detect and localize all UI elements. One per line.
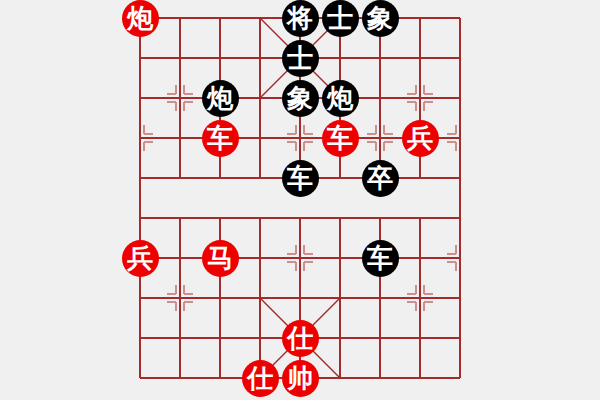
point-c3-r5 [240, 198, 280, 238]
point-c5-r3[interactable]: 车 [320, 118, 360, 158]
point-c2-r0 [200, 0, 240, 38]
point-c4-r8[interactable]: 仕 [280, 318, 320, 358]
point-c8-r1 [440, 38, 480, 78]
point-c3-r7 [240, 278, 280, 318]
point-c5-r5 [320, 198, 360, 238]
black-elephant-piece[interactable]: 象 [282, 80, 319, 117]
point-c4-r3 [280, 118, 320, 158]
red-general-piece[interactable]: 帅 [282, 360, 319, 397]
red-chariot-piece[interactable]: 车 [202, 120, 239, 157]
point-c6-r8 [360, 318, 400, 358]
xiangqi-board: 炮将士象士炮象炮车车兵车卒兵马车仕仕帅 [0, 0, 600, 400]
point-c8-r5 [440, 198, 480, 238]
point-c4-r6 [280, 238, 320, 278]
point-c3-r1 [240, 38, 280, 78]
point-c1-r1 [160, 38, 200, 78]
point-c1-r7 [160, 278, 200, 318]
point-c1-r9 [160, 358, 200, 398]
black-elephant-piece[interactable]: 象 [362, 0, 399, 37]
red-soldier-piece[interactable]: 兵 [402, 120, 439, 157]
point-c5-r8 [320, 318, 360, 358]
point-c6-r7 [360, 278, 400, 318]
red-soldier-piece[interactable]: 兵 [122, 240, 159, 277]
black-general-piece[interactable]: 将 [282, 0, 319, 37]
red-advisor-piece[interactable]: 仕 [282, 320, 319, 357]
point-c6-r1 [360, 38, 400, 78]
point-c6-r5 [360, 198, 400, 238]
point-c0-r6[interactable]: 兵 [120, 238, 160, 278]
black-chariot-piece[interactable]: 车 [282, 160, 319, 197]
point-c2-r8 [200, 318, 240, 358]
point-c5-r2[interactable]: 炮 [320, 78, 360, 118]
point-c1-r6 [160, 238, 200, 278]
point-c3-r4 [240, 158, 280, 198]
point-c8-r6 [440, 238, 480, 278]
point-c1-r5 [160, 198, 200, 238]
point-c6-r3 [360, 118, 400, 158]
point-c7-r7 [400, 278, 440, 318]
point-c5-r4 [320, 158, 360, 198]
point-c2-r7 [200, 278, 240, 318]
point-c2-r9 [200, 358, 240, 398]
point-c8-r4 [440, 158, 480, 198]
point-c6-r6[interactable]: 车 [360, 238, 400, 278]
point-c6-r2 [360, 78, 400, 118]
point-c4-r7 [280, 278, 320, 318]
point-c7-r6 [400, 238, 440, 278]
point-c3-r8 [240, 318, 280, 358]
red-horse-piece[interactable]: 马 [202, 240, 239, 277]
point-c3-r6 [240, 238, 280, 278]
black-advisor-piece[interactable]: 士 [282, 40, 319, 77]
point-c6-r9 [360, 358, 400, 398]
point-c8-r9 [440, 358, 480, 398]
point-c2-r4 [200, 158, 240, 198]
point-c8-r7 [440, 278, 480, 318]
point-c6-r4[interactable]: 卒 [360, 158, 400, 198]
point-c2-r6[interactable]: 马 [200, 238, 240, 278]
point-c0-r3 [120, 118, 160, 158]
point-c7-r0 [400, 0, 440, 38]
point-c7-r5 [400, 198, 440, 238]
point-c0-r4 [120, 158, 160, 198]
point-c7-r8 [400, 318, 440, 358]
point-c7-r9 [400, 358, 440, 398]
point-c8-r3 [440, 118, 480, 158]
point-c1-r3 [160, 118, 200, 158]
point-c7-r2 [400, 78, 440, 118]
point-c2-r2[interactable]: 炮 [200, 78, 240, 118]
point-c5-r7 [320, 278, 360, 318]
point-c0-r2 [120, 78, 160, 118]
point-c5-r6 [320, 238, 360, 278]
point-c0-r1 [120, 38, 160, 78]
point-c1-r8 [160, 318, 200, 358]
point-c7-r1 [400, 38, 440, 78]
point-c4-r1[interactable]: 士 [280, 38, 320, 78]
board-grid: 炮将士象士炮象炮车车兵车卒兵马车仕仕帅 [120, 0, 480, 398]
point-c5-r1 [320, 38, 360, 78]
point-c5-r0[interactable]: 士 [320, 0, 360, 38]
black-advisor-piece[interactable]: 士 [322, 0, 359, 37]
black-soldier-piece[interactable]: 卒 [362, 160, 399, 197]
point-c2-r3[interactable]: 车 [200, 118, 240, 158]
red-advisor-piece[interactable]: 仕 [242, 360, 279, 397]
point-c8-r2 [440, 78, 480, 118]
point-c4-r2[interactable]: 象 [280, 78, 320, 118]
point-c4-r0[interactable]: 将 [280, 0, 320, 38]
point-c8-r0 [440, 0, 480, 38]
point-c4-r9[interactable]: 帅 [280, 358, 320, 398]
point-c4-r5 [280, 198, 320, 238]
point-c0-r7 [120, 278, 160, 318]
point-c3-r0 [240, 0, 280, 38]
point-c7-r3[interactable]: 兵 [400, 118, 440, 158]
point-c5-r9 [320, 358, 360, 398]
point-c1-r0 [160, 0, 200, 38]
point-c1-r4 [160, 158, 200, 198]
point-c4-r4[interactable]: 车 [280, 158, 320, 198]
point-c6-r0[interactable]: 象 [360, 0, 400, 38]
point-c3-r3 [240, 118, 280, 158]
red-cannon-piece[interactable]: 炮 [122, 0, 159, 37]
point-c8-r8 [440, 318, 480, 358]
point-c3-r2 [240, 78, 280, 118]
point-c0-r0[interactable]: 炮 [120, 0, 160, 38]
point-c0-r5 [120, 198, 160, 238]
black-cannon-piece[interactable]: 炮 [322, 80, 359, 117]
point-c7-r4 [400, 158, 440, 198]
point-c2-r1 [200, 38, 240, 78]
point-c0-r9 [120, 358, 160, 398]
point-c1-r2 [160, 78, 200, 118]
point-c0-r8 [120, 318, 160, 358]
red-chariot-piece[interactable]: 车 [322, 120, 359, 157]
point-c2-r5 [200, 198, 240, 238]
point-c3-r9[interactable]: 仕 [240, 358, 280, 398]
black-cannon-piece[interactable]: 炮 [202, 80, 239, 117]
black-chariot-piece[interactable]: 车 [362, 240, 399, 277]
